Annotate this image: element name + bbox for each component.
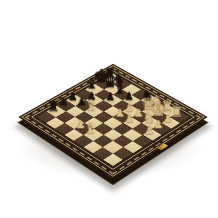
chess-scene: ♜♞♞♞♜♜♚♛♝♟♛♚♟♝♟♟♟♞♟♟♟♟♟♟♟♝♟♜♟♝	[0, 0, 218, 218]
square-h1[interactable]	[103, 153, 123, 166]
white-bishop[interactable]: ♝	[84, 98, 97, 113]
black-rook[interactable]: ♜	[47, 99, 59, 113]
product-photo: ♜♞♞♞♜♜♚♛♝♟♛♚♟♝♟♟♟♞♟♟♟♟♟♟♟♝♟♜♟♝	[0, 0, 218, 218]
square-f5[interactable]: ♟	[123, 117, 142, 129]
white-pawn[interactable]: ♟	[163, 113, 173, 124]
black-pawn[interactable]: ♟	[124, 91, 134, 102]
square-h6[interactable]: ♟	[152, 123, 171, 135]
board-frame: ♜♞♞♞♜♜♚♛♝♟♛♚♟♝♟♟♟♞♟♟♟♟♟♟♟♝♟♜♟♝	[18, 64, 208, 179]
white-pawn[interactable]: ♟	[144, 125, 154, 136]
white-pawn[interactable]: ♟	[124, 113, 134, 124]
black-bishop[interactable]: ♝	[85, 76, 98, 90]
white-pawn[interactable]: ♟	[154, 119, 164, 130]
white-bishop[interactable]: ♝	[84, 121, 98, 136]
white-pawn[interactable]: ♟	[115, 108, 125, 119]
black-pawn[interactable]: ♟	[105, 91, 115, 102]
chessboard: ♜♞♞♞♜♜♚♛♝♟♛♚♟♝♟♟♟♞♟♟♟♟♟♟♟♝♟♜♟♝	[18, 64, 208, 179]
